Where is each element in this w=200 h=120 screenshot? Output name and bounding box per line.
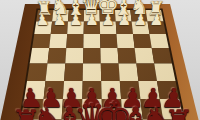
red-rook-h1[interactable]: ♜ xyxy=(143,106,200,120)
chess-board-scene: ♜♞♝♛♚♝♞♜♟♟♟♟♟♟♟♟♟♟♟♟♟♟♟♟♜♞♝♛♚♝♞♜ xyxy=(0,0,200,120)
white-pawn-h7[interactable]: ♟ xyxy=(141,13,172,28)
